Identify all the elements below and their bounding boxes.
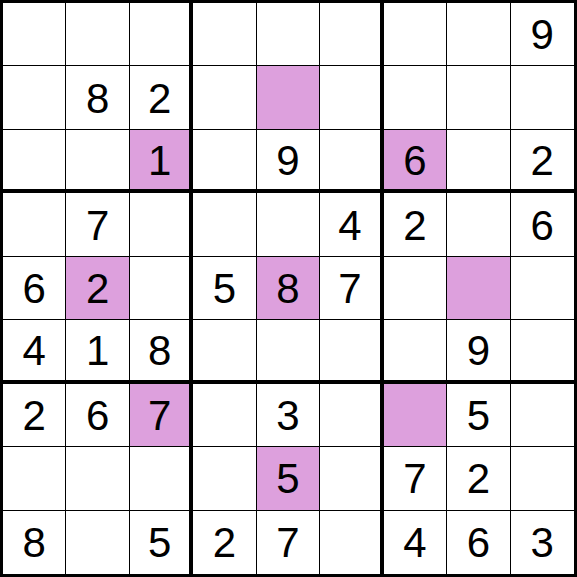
- cell-value: 2: [403, 205, 426, 247]
- cell-r6c6[interactable]: [320, 320, 383, 383]
- cell-r3c9[interactable]: 2: [511, 130, 574, 193]
- cell-r8c9[interactable]: [511, 447, 574, 510]
- cell-r8c3[interactable]: [130, 447, 193, 510]
- cell-r9c6[interactable]: [320, 511, 383, 574]
- cell-value: 9: [531, 14, 554, 56]
- cell-r5c9[interactable]: [511, 257, 574, 320]
- cell-r7c5[interactable]: 3: [257, 384, 320, 447]
- cell-r9c7[interactable]: 4: [384, 511, 447, 574]
- cell-value: 3: [276, 395, 299, 437]
- cell-r5c8[interactable]: [447, 257, 510, 320]
- cell-value: 7: [148, 395, 171, 437]
- cell-value: 5: [213, 268, 236, 310]
- cell-value: 2: [86, 268, 109, 310]
- cell-r6c1[interactable]: 4: [3, 320, 66, 383]
- cell-r5c2[interactable]: 2: [66, 257, 129, 320]
- cell-value: 4: [403, 522, 426, 564]
- cell-value: 8: [276, 268, 299, 310]
- cell-r8c6[interactable]: [320, 447, 383, 510]
- cell-r2c2[interactable]: 8: [66, 66, 129, 129]
- cell-r8c5[interactable]: 5: [257, 447, 320, 510]
- cell-r2c8[interactable]: [447, 66, 510, 129]
- cell-value: 4: [338, 205, 361, 247]
- cell-r7c4[interactable]: [193, 384, 256, 447]
- cell-value: 8: [86, 78, 109, 120]
- cell-r8c7[interactable]: 7: [384, 447, 447, 510]
- cell-r5c1[interactable]: 6: [3, 257, 66, 320]
- cell-r1c2[interactable]: [66, 3, 129, 66]
- cell-r7c6[interactable]: [320, 384, 383, 447]
- cell-r8c4[interactable]: [193, 447, 256, 510]
- cell-r7c1[interactable]: 2: [3, 384, 66, 447]
- cell-value: 7: [338, 268, 361, 310]
- cell-r1c6[interactable]: [320, 3, 383, 66]
- cell-value: 5: [276, 458, 299, 500]
- cell-r8c2[interactable]: [66, 447, 129, 510]
- cell-r2c1[interactable]: [3, 66, 66, 129]
- cell-r6c8[interactable]: 9: [447, 320, 510, 383]
- cell-value: 6: [467, 522, 490, 564]
- cell-r1c7[interactable]: [384, 3, 447, 66]
- cell-r1c9[interactable]: 9: [511, 3, 574, 66]
- cell-r9c5[interactable]: 7: [257, 511, 320, 574]
- cell-value: 9: [276, 140, 299, 182]
- cell-r5c7[interactable]: [384, 257, 447, 320]
- cell-value: 8: [148, 330, 171, 372]
- cell-r1c5[interactable]: [257, 3, 320, 66]
- cell-r9c3[interactable]: 5: [130, 511, 193, 574]
- cell-r9c8[interactable]: 6: [447, 511, 510, 574]
- cell-value: 2: [531, 140, 554, 182]
- cell-value: 2: [467, 458, 490, 500]
- cell-r9c9[interactable]: 3: [511, 511, 574, 574]
- cell-r5c6[interactable]: 7: [320, 257, 383, 320]
- cell-r4c7[interactable]: 2: [384, 193, 447, 256]
- cell-r1c8[interactable]: [447, 3, 510, 66]
- cell-r3c6[interactable]: [320, 130, 383, 193]
- cell-r2c3[interactable]: 2: [130, 66, 193, 129]
- cell-r7c9[interactable]: [511, 384, 574, 447]
- cell-r6c4[interactable]: [193, 320, 256, 383]
- cell-r3c3[interactable]: 1: [130, 130, 193, 193]
- cell-r2c6[interactable]: [320, 66, 383, 129]
- cell-r4c6[interactable]: 4: [320, 193, 383, 256]
- cell-r2c5[interactable]: [257, 66, 320, 129]
- cell-r6c9[interactable]: [511, 320, 574, 383]
- cell-r7c7[interactable]: [384, 384, 447, 447]
- cell-r7c3[interactable]: 7: [130, 384, 193, 447]
- cell-r5c5[interactable]: 8: [257, 257, 320, 320]
- cell-r6c7[interactable]: [384, 320, 447, 383]
- cell-r5c4[interactable]: 5: [193, 257, 256, 320]
- cell-value: 4: [23, 330, 46, 372]
- cell-value: 1: [86, 330, 109, 372]
- cell-r9c1[interactable]: 8: [3, 511, 66, 574]
- cell-r6c5[interactable]: [257, 320, 320, 383]
- cell-r5c3[interactable]: [130, 257, 193, 320]
- cell-r2c9[interactable]: [511, 66, 574, 129]
- cell-r4c5[interactable]: [257, 193, 320, 256]
- cell-r8c1[interactable]: [3, 447, 66, 510]
- cell-value: 7: [276, 522, 299, 564]
- cell-r4c9[interactable]: 6: [511, 193, 574, 256]
- cell-value: 8: [23, 522, 46, 564]
- cell-r7c2[interactable]: 6: [66, 384, 129, 447]
- cell-r3c7[interactable]: 6: [384, 130, 447, 193]
- cell-value: 2: [213, 522, 236, 564]
- cell-r6c3[interactable]: 8: [130, 320, 193, 383]
- cell-r1c3[interactable]: [130, 3, 193, 66]
- cell-r4c2[interactable]: 7: [66, 193, 129, 256]
- cell-r8c8[interactable]: 2: [447, 447, 510, 510]
- cell-value: 6: [86, 395, 109, 437]
- cell-r7c8[interactable]: 5: [447, 384, 510, 447]
- cell-r4c1[interactable]: [3, 193, 66, 256]
- cell-r3c1[interactable]: [3, 130, 66, 193]
- cell-r9c4[interactable]: 2: [193, 511, 256, 574]
- cell-r3c8[interactable]: [447, 130, 510, 193]
- cell-r3c2[interactable]: [66, 130, 129, 193]
- cell-r3c5[interactable]: 9: [257, 130, 320, 193]
- cell-r4c4[interactable]: [193, 193, 256, 256]
- cell-value: 2: [148, 78, 171, 120]
- cell-value: 5: [148, 522, 171, 564]
- cell-r3c4[interactable]: [193, 130, 256, 193]
- sudoku-board: 98219627426625874189267355728527463: [0, 0, 577, 577]
- cell-r4c3[interactable]: [130, 193, 193, 256]
- cell-r1c4[interactable]: [193, 3, 256, 66]
- cell-r2c4[interactable]: [193, 66, 256, 129]
- cell-value: 6: [23, 268, 46, 310]
- cell-value: 6: [403, 140, 426, 182]
- cell-r1c1[interactable]: [3, 3, 66, 66]
- cell-value: 5: [467, 395, 490, 437]
- cell-value: 2: [23, 395, 46, 437]
- cell-value: 1: [148, 140, 171, 182]
- cell-r6c2[interactable]: 1: [66, 320, 129, 383]
- cell-value: 6: [531, 205, 554, 247]
- cell-r2c7[interactable]: [384, 66, 447, 129]
- cell-value: 7: [86, 205, 109, 247]
- cell-value: 3: [531, 522, 554, 564]
- cell-r4c8[interactable]: [447, 193, 510, 256]
- cell-value: 9: [467, 330, 490, 372]
- cell-value: 7: [403, 458, 426, 500]
- cell-r9c2[interactable]: [66, 511, 129, 574]
